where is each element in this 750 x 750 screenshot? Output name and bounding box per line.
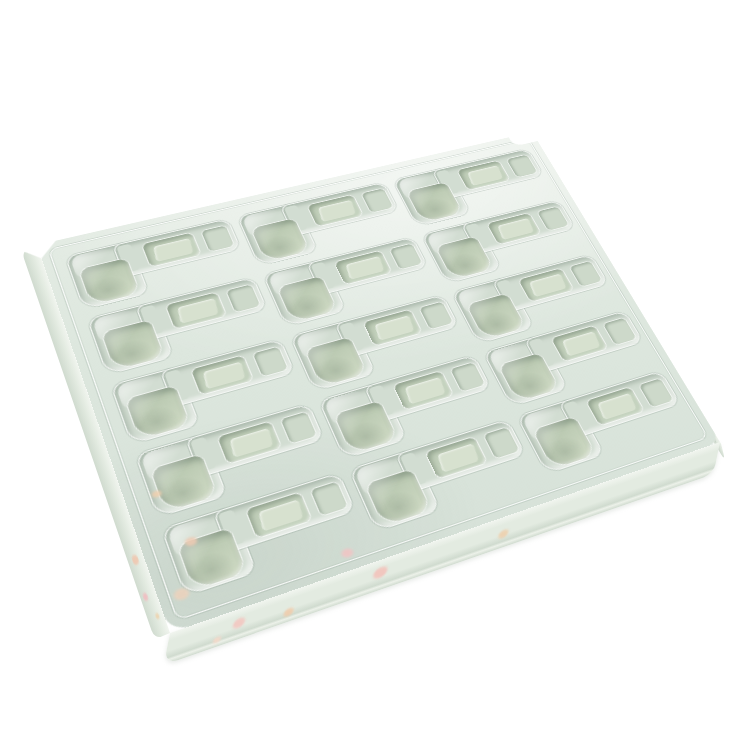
speckle bbox=[340, 547, 355, 559]
scene: Pale mint-green vacuum-formed plastic bl… bbox=[0, 0, 750, 750]
speckle bbox=[142, 592, 149, 601]
speckle bbox=[372, 565, 388, 581]
speckle bbox=[131, 554, 140, 566]
speckle bbox=[498, 528, 510, 539]
photo-caption: Pale mint-green vacuum-formed plastic bl… bbox=[0, 0, 1, 1]
speckle bbox=[212, 636, 221, 645]
speckle bbox=[155, 613, 160, 620]
speckle bbox=[283, 607, 295, 618]
cavity-grid bbox=[63, 145, 694, 597]
corner-notch bbox=[508, 130, 539, 146]
speckle bbox=[232, 616, 246, 630]
